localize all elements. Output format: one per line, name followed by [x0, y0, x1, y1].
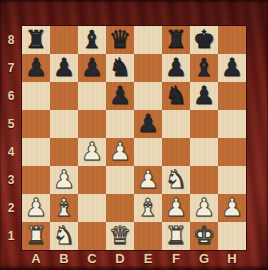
rank-label-4: 4 [0, 138, 22, 166]
square-g4[interactable] [190, 138, 218, 166]
square-e3[interactable]: ♟ [134, 166, 162, 194]
piece-black-rook: ♜ [25, 26, 47, 54]
piece-white-pawn: ♟ [165, 194, 187, 222]
square-c7[interactable]: ♟ [78, 54, 106, 82]
square-a5[interactable] [22, 110, 50, 138]
square-b8[interactable] [50, 26, 78, 54]
piece-black-pawn: ♟ [109, 82, 131, 110]
square-e8[interactable] [134, 26, 162, 54]
piece-white-queen: ♛ [109, 222, 131, 250]
piece-black-rook: ♜ [165, 26, 187, 54]
square-g2[interactable]: ♟ [190, 194, 218, 222]
square-a6[interactable] [22, 82, 50, 110]
piece-white-bishop: ♝ [137, 194, 159, 222]
square-g7[interactable]: ♝ [190, 54, 218, 82]
square-b3[interactable]: ♟ [50, 166, 78, 194]
square-h1[interactable] [218, 222, 246, 250]
file-label-e: E [134, 250, 162, 267]
square-a8[interactable]: ♜ [22, 26, 50, 54]
piece-black-pawn: ♟ [25, 54, 47, 82]
rank-label-2: 2 [0, 194, 22, 222]
square-b1[interactable]: ♞ [50, 222, 78, 250]
piece-black-bishop: ♝ [193, 54, 215, 82]
piece-black-pawn: ♟ [137, 110, 159, 138]
square-c5[interactable] [78, 110, 106, 138]
piece-white-pawn: ♟ [137, 166, 159, 194]
square-c8[interactable]: ♝ [78, 26, 106, 54]
file-label-b: B [50, 250, 78, 267]
square-e4[interactable] [134, 138, 162, 166]
rank-label-7: 7 [0, 54, 22, 82]
board-frame: 87654321 ♜♝♛♜♚♟♟♟♞♟♝♟♟♞♟♟♟♟♟♟♞♟♝♝♟♟♟♜♞♛♜… [0, 0, 268, 270]
piece-white-king: ♚ [193, 222, 215, 250]
rank-label-3: 3 [0, 166, 22, 194]
file-label-a: A [22, 250, 50, 267]
piece-white-bishop: ♝ [53, 194, 75, 222]
square-a4[interactable] [22, 138, 50, 166]
file-label-c: C [78, 250, 106, 267]
piece-white-knight: ♞ [165, 166, 187, 194]
square-f1[interactable]: ♜ [162, 222, 190, 250]
rank-labels: 87654321 [0, 26, 22, 250]
file-label-f: F [162, 250, 190, 267]
square-b5[interactable] [50, 110, 78, 138]
piece-white-rook: ♜ [165, 222, 187, 250]
file-labels: ABCDEFGH [22, 250, 246, 267]
piece-black-pawn: ♟ [165, 54, 187, 82]
square-c3[interactable] [78, 166, 106, 194]
piece-black-bishop: ♝ [81, 26, 103, 54]
rank-label-6: 6 [0, 82, 22, 110]
piece-black-pawn: ♟ [53, 54, 75, 82]
piece-white-knight: ♞ [53, 222, 75, 250]
square-h5[interactable] [218, 110, 246, 138]
square-b6[interactable] [50, 82, 78, 110]
square-c2[interactable] [78, 194, 106, 222]
square-g8[interactable]: ♚ [190, 26, 218, 54]
piece-black-pawn: ♟ [221, 54, 243, 82]
square-f2[interactable]: ♟ [162, 194, 190, 222]
square-d5[interactable] [106, 110, 134, 138]
square-h6[interactable] [218, 82, 246, 110]
rank-label-1: 1 [0, 222, 22, 250]
square-b2[interactable]: ♝ [50, 194, 78, 222]
square-f8[interactable]: ♜ [162, 26, 190, 54]
square-a3[interactable] [22, 166, 50, 194]
square-e5[interactable]: ♟ [134, 110, 162, 138]
piece-white-pawn: ♟ [193, 194, 215, 222]
square-g5[interactable] [190, 110, 218, 138]
square-f6[interactable]: ♞ [162, 82, 190, 110]
square-b7[interactable]: ♟ [50, 54, 78, 82]
chess-board: ♜♝♛♜♚♟♟♟♞♟♝♟♟♞♟♟♟♟♟♟♞♟♝♝♟♟♟♜♞♛♜♚ [22, 26, 246, 250]
rank-label-5: 5 [0, 110, 22, 138]
square-e2[interactable]: ♝ [134, 194, 162, 222]
square-h8[interactable] [218, 26, 246, 54]
square-h4[interactable] [218, 138, 246, 166]
piece-white-pawn: ♟ [221, 194, 243, 222]
square-c6[interactable] [78, 82, 106, 110]
square-f5[interactable] [162, 110, 190, 138]
piece-white-pawn: ♟ [25, 194, 47, 222]
rank-label-8: 8 [0, 26, 22, 54]
piece-black-pawn: ♟ [81, 54, 103, 82]
square-d2[interactable] [106, 194, 134, 222]
square-a2[interactable]: ♟ [22, 194, 50, 222]
square-c1[interactable] [78, 222, 106, 250]
square-c4[interactable]: ♟ [78, 138, 106, 166]
piece-white-pawn: ♟ [81, 138, 103, 166]
square-h3[interactable] [218, 166, 246, 194]
square-f7[interactable]: ♟ [162, 54, 190, 82]
square-a1[interactable]: ♜ [22, 222, 50, 250]
file-label-h: H [218, 250, 246, 267]
square-d7[interactable]: ♞ [106, 54, 134, 82]
square-e1[interactable] [134, 222, 162, 250]
square-e6[interactable] [134, 82, 162, 110]
square-d6[interactable]: ♟ [106, 82, 134, 110]
square-b4[interactable] [50, 138, 78, 166]
square-g1[interactable]: ♚ [190, 222, 218, 250]
square-d4[interactable]: ♟ [106, 138, 134, 166]
square-d1[interactable]: ♛ [106, 222, 134, 250]
piece-black-pawn: ♟ [193, 82, 215, 110]
piece-black-queen: ♛ [109, 26, 131, 54]
file-label-g: G [190, 250, 218, 267]
piece-white-rook: ♜ [25, 222, 47, 250]
square-f3[interactable]: ♞ [162, 166, 190, 194]
square-g3[interactable] [190, 166, 218, 194]
square-h2[interactable]: ♟ [218, 194, 246, 222]
piece-black-knight: ♞ [165, 82, 187, 110]
piece-black-knight: ♞ [109, 54, 131, 82]
piece-white-pawn: ♟ [109, 138, 131, 166]
square-g6[interactable]: ♟ [190, 82, 218, 110]
square-d8[interactable]: ♛ [106, 26, 134, 54]
piece-white-pawn: ♟ [53, 166, 75, 194]
piece-black-king: ♚ [193, 26, 215, 54]
square-d3[interactable] [106, 166, 134, 194]
square-a7[interactable]: ♟ [22, 54, 50, 82]
file-label-d: D [106, 250, 134, 267]
square-f4[interactable] [162, 138, 190, 166]
square-h7[interactable]: ♟ [218, 54, 246, 82]
square-e7[interactable] [134, 54, 162, 82]
